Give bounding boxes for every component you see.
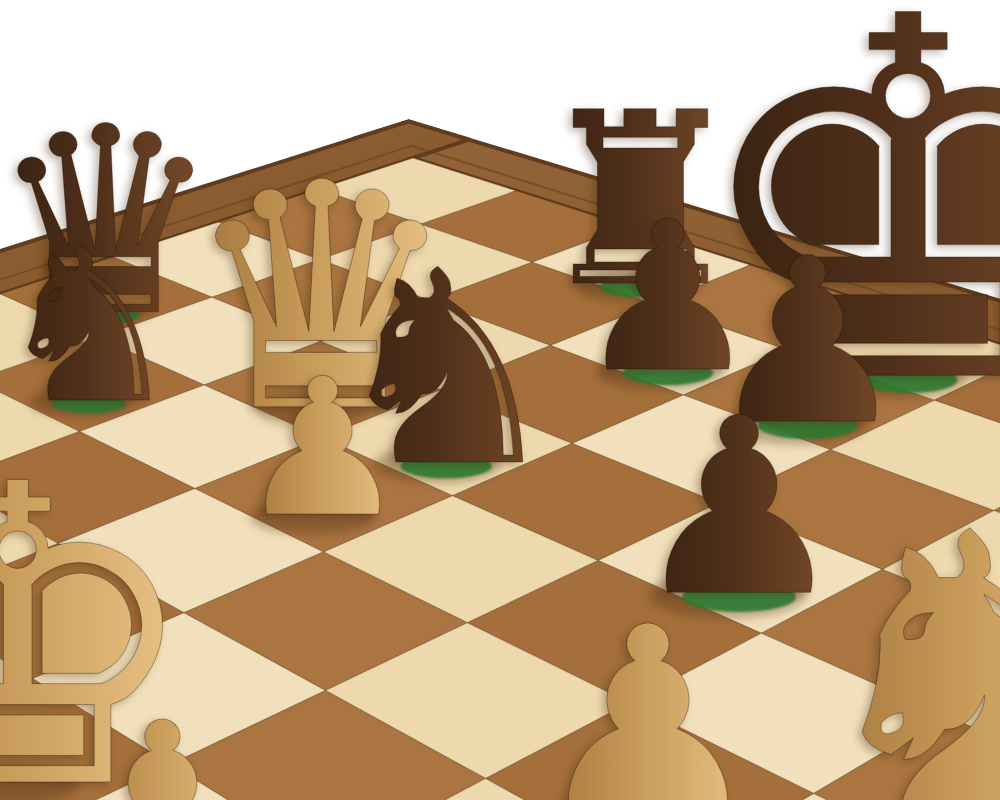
piece-white-pawn-g3: ♟ bbox=[529, 570, 767, 800]
chessboard-photo: ♜♛♟♚♞♛♟♞♟♟♚♟♞♟ bbox=[0, 0, 1000, 800]
white-pawn-glyph: ♟ bbox=[238, 338, 408, 559]
piece-white-pawn-d4: ♟ bbox=[238, 338, 408, 559]
scene: ♜♛♟♚♞♛♟♞♟♟♚♟♞♟ bbox=[0, 0, 1000, 800]
white-knight-glyph: ♞ bbox=[794, 444, 1000, 800]
white-pawn-glyph: ♟ bbox=[529, 570, 767, 800]
piece-white-pawn-f1: ♟ bbox=[63, 675, 262, 800]
piece-white-knight-h4: ♞ bbox=[794, 444, 1000, 800]
white-pawn-glyph: ♟ bbox=[63, 675, 262, 800]
